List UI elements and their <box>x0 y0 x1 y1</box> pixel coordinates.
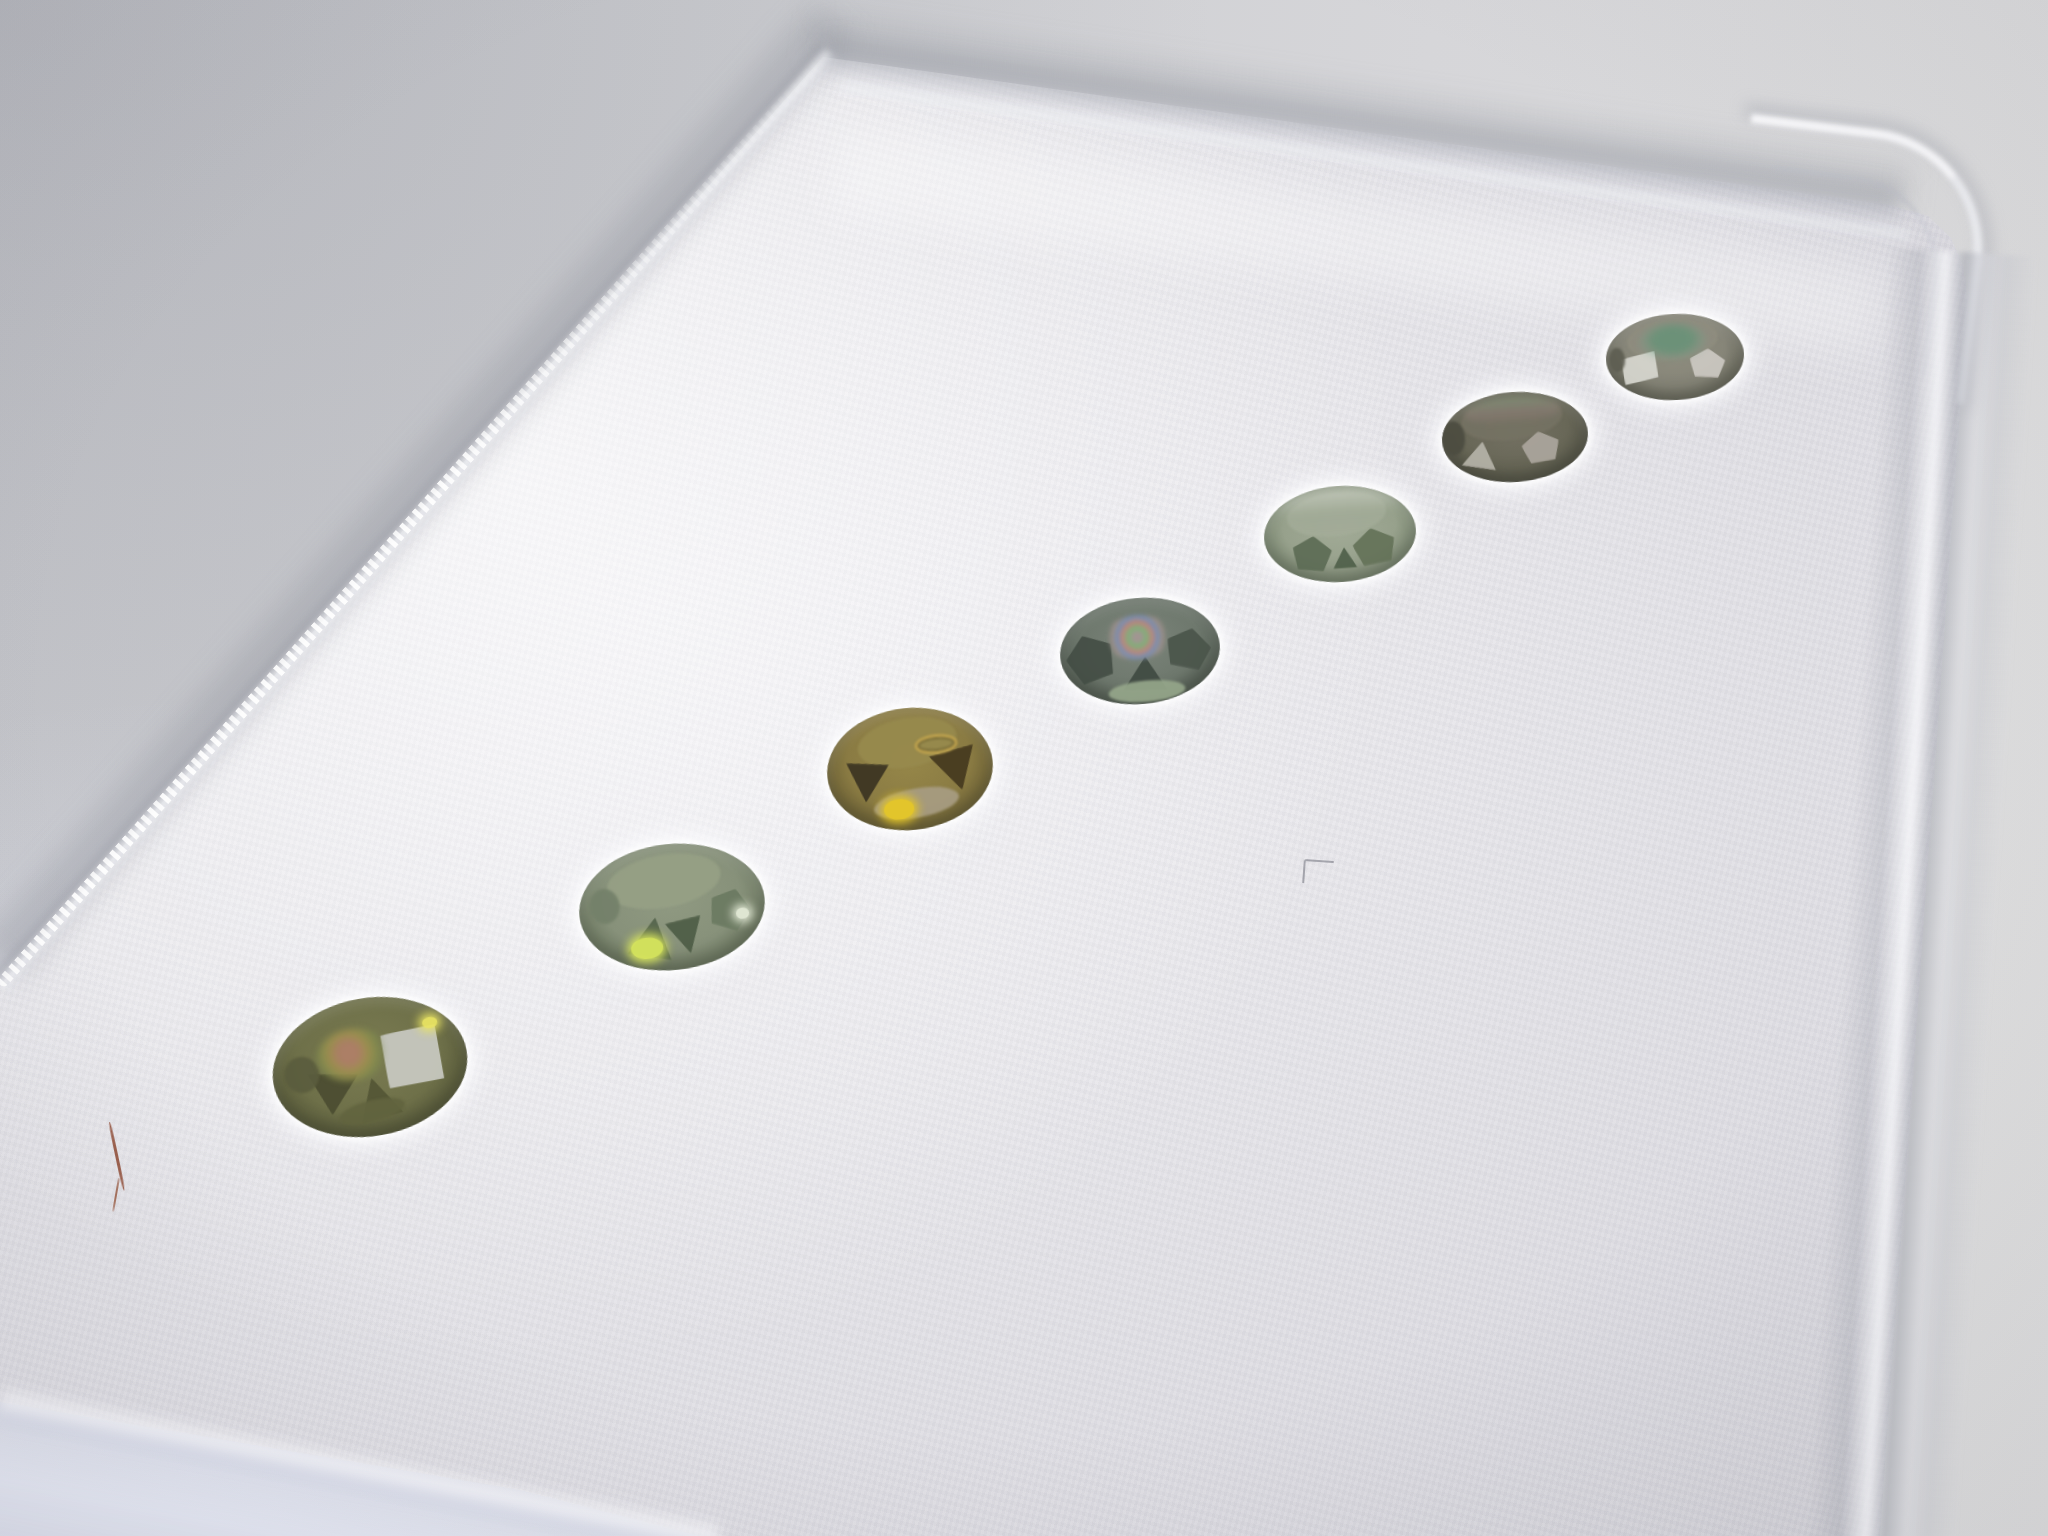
foam-hook-mark <box>1302 859 1334 885</box>
gem-5-facet <box>1291 535 1333 572</box>
gem-1-facet <box>281 1054 322 1095</box>
gem-7-facet <box>1608 348 1626 373</box>
gem-2-facet <box>602 845 725 917</box>
gem-5-facet <box>1332 546 1358 569</box>
gem-4-rings <box>1102 612 1173 662</box>
gemstone-case-photo <box>0 0 2048 1536</box>
gem-2-facet <box>705 883 755 933</box>
gem-6-facet <box>1462 439 1500 471</box>
gem-3-facet <box>844 763 888 804</box>
gem-3-facet <box>872 781 962 825</box>
gem-2-facet <box>664 914 709 957</box>
